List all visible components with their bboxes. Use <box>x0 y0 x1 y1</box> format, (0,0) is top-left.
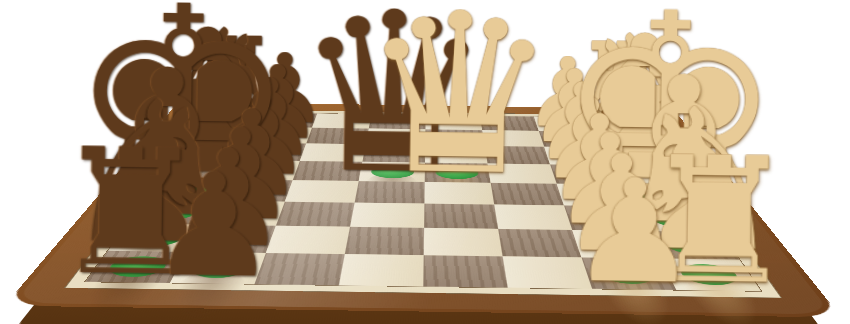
square-e4 <box>424 182 494 205</box>
perspective-scene: ♜♟♟♜♞♟♟♞♝♟♟♝♟♛♛♟♚♟♟♚♝♟♟♝♞♟♟♞♜♟♟♜ <box>0 0 850 324</box>
square-h7: ♟ <box>170 252 266 284</box>
square-g5 <box>345 227 424 255</box>
board-frame: ♜♟♟♜♞♟♟♞♝♟♟♝♟♛♛♟♚♟♟♚♝♟♟♝♞♟♟♞♜♟♟♜ <box>4 102 841 317</box>
square-h5 <box>339 254 424 286</box>
square-h2: ♟ <box>582 257 677 290</box>
square-h4 <box>423 255 507 287</box>
board-inlay-border: ♜♟♟♜♞♟♟♞♝♟♟♝♟♛♛♟♚♟♟♚♝♟♟♝♞♟♟♞♜♟♟♜ <box>64 109 783 298</box>
square-g4 <box>424 228 503 257</box>
black-pawn: ♟ <box>149 169 278 282</box>
square-f5 <box>350 203 424 228</box>
chess-board-grid: ♜♟♟♜♞♟♟♞♝♟♟♝♟♛♛♟♚♟♟♚♝♟♟♝♞♟♟♞♜♟♟♜ <box>86 112 761 291</box>
chess-board: ♜♟♟♜♞♟♟♞♝♟♟♝♟♛♛♟♚♟♟♚♝♟♟♝♞♟♟♞♜♟♟♜ <box>4 102 841 317</box>
square-e5 <box>355 181 425 204</box>
chess-set-photo: ♜♟♟♜♞♟♟♞♝♟♟♝♟♛♛♟♚♟♟♚♝♟♟♝♞♟♟♞♜♟♟♜ <box>0 0 850 324</box>
white-pawn: ♟ <box>570 175 699 288</box>
square-d4: ♛ <box>425 163 491 183</box>
white-queen: ♛ <box>358 7 559 182</box>
square-f4 <box>424 204 498 229</box>
